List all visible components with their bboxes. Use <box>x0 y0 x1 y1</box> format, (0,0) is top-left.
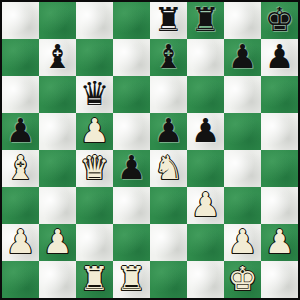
square-g4[interactable] <box>224 150 261 187</box>
square-h1[interactable] <box>261 261 298 298</box>
square-d6[interactable] <box>113 76 150 113</box>
square-c2[interactable] <box>76 224 113 261</box>
square-c3[interactable] <box>76 187 113 224</box>
piece-white-bishop-a4: ♝ <box>6 151 36 184</box>
piece-white-pawn-h2: ♟ <box>265 225 295 258</box>
piece-black-pawn-h7: ♟ <box>265 40 295 73</box>
square-d1[interactable]: ♜ <box>113 261 150 298</box>
square-h2[interactable]: ♟ <box>261 224 298 261</box>
square-c7[interactable] <box>76 39 113 76</box>
square-d7[interactable] <box>113 39 150 76</box>
square-g1[interactable]: ♚ <box>224 261 261 298</box>
square-f5[interactable]: ♟ <box>187 113 224 150</box>
square-e1[interactable] <box>150 261 187 298</box>
piece-white-rook-c1: ♜ <box>80 262 110 295</box>
piece-black-bishop-e7: ♝ <box>154 40 184 73</box>
square-e5[interactable]: ♟ <box>150 113 187 150</box>
piece-white-king-g1: ♚ <box>228 262 258 295</box>
square-f8[interactable]: ♜ <box>187 2 224 39</box>
square-b6[interactable] <box>39 76 76 113</box>
square-e3[interactable] <box>150 187 187 224</box>
square-h3[interactable] <box>261 187 298 224</box>
piece-white-queen-c4: ♛ <box>80 151 110 184</box>
square-d4[interactable]: ♟ <box>113 150 150 187</box>
square-g7[interactable]: ♟ <box>224 39 261 76</box>
square-a8[interactable] <box>2 2 39 39</box>
square-f6[interactable] <box>187 76 224 113</box>
square-b5[interactable] <box>39 113 76 150</box>
square-b8[interactable] <box>39 2 76 39</box>
square-a5[interactable]: ♟ <box>2 113 39 150</box>
piece-white-knight-e4: ♞ <box>154 151 184 184</box>
piece-white-pawn-c5: ♟ <box>80 114 110 147</box>
piece-black-pawn-g7: ♟ <box>228 40 258 73</box>
piece-black-queen-c6: ♛ <box>80 77 110 110</box>
square-b7[interactable]: ♝ <box>39 39 76 76</box>
square-h5[interactable] <box>261 113 298 150</box>
square-e2[interactable] <box>150 224 187 261</box>
square-d8[interactable] <box>113 2 150 39</box>
piece-black-pawn-f5: ♟ <box>191 114 221 147</box>
square-b3[interactable] <box>39 187 76 224</box>
square-f4[interactable] <box>187 150 224 187</box>
square-d3[interactable] <box>113 187 150 224</box>
square-h6[interactable] <box>261 76 298 113</box>
square-e4[interactable]: ♞ <box>150 150 187 187</box>
piece-white-rook-d1: ♜ <box>117 262 147 295</box>
square-g6[interactable] <box>224 76 261 113</box>
square-g3[interactable] <box>224 187 261 224</box>
square-c5[interactable]: ♟ <box>76 113 113 150</box>
piece-white-pawn-b2: ♟ <box>43 225 73 258</box>
square-c8[interactable] <box>76 2 113 39</box>
piece-black-pawn-e5: ♟ <box>154 114 184 147</box>
square-a4[interactable]: ♝ <box>2 150 39 187</box>
square-h8[interactable]: ♚ <box>261 2 298 39</box>
piece-black-pawn-d4: ♟ <box>117 151 147 184</box>
square-e7[interactable]: ♝ <box>150 39 187 76</box>
square-g8[interactable] <box>224 2 261 39</box>
piece-black-king-h8: ♚ <box>265 3 295 36</box>
square-a3[interactable] <box>2 187 39 224</box>
piece-white-pawn-f3: ♟ <box>191 188 221 221</box>
square-b1[interactable] <box>39 261 76 298</box>
square-c1[interactable]: ♜ <box>76 261 113 298</box>
square-d5[interactable] <box>113 113 150 150</box>
square-c6[interactable]: ♛ <box>76 76 113 113</box>
square-b4[interactable] <box>39 150 76 187</box>
square-b2[interactable]: ♟ <box>39 224 76 261</box>
piece-white-pawn-g2: ♟ <box>228 225 258 258</box>
square-h7[interactable]: ♟ <box>261 39 298 76</box>
square-g2[interactable]: ♟ <box>224 224 261 261</box>
square-e6[interactable] <box>150 76 187 113</box>
square-h4[interactable] <box>261 150 298 187</box>
piece-black-pawn-a5: ♟ <box>6 114 36 147</box>
chess-board-container: ♜♜♚♝♝♟♟♛♟♟♟♟♝♛♟♞♟♟♟♟♟♜♜♚ <box>0 0 300 300</box>
square-d2[interactable] <box>113 224 150 261</box>
square-a6[interactable] <box>2 76 39 113</box>
piece-black-rook-e8: ♜ <box>154 3 184 36</box>
square-g5[interactable] <box>224 113 261 150</box>
square-a7[interactable] <box>2 39 39 76</box>
chess-board: ♜♜♚♝♝♟♟♛♟♟♟♟♝♛♟♞♟♟♟♟♟♜♜♚ <box>0 0 300 300</box>
square-f1[interactable] <box>187 261 224 298</box>
square-c4[interactable]: ♛ <box>76 150 113 187</box>
square-f3[interactable]: ♟ <box>187 187 224 224</box>
piece-black-rook-f8: ♜ <box>191 3 221 36</box>
square-a2[interactable]: ♟ <box>2 224 39 261</box>
square-f7[interactable] <box>187 39 224 76</box>
square-e8[interactable]: ♜ <box>150 2 187 39</box>
piece-black-bishop-b7: ♝ <box>43 40 73 73</box>
square-f2[interactable] <box>187 224 224 261</box>
square-a1[interactable] <box>2 261 39 298</box>
piece-white-pawn-a2: ♟ <box>6 225 36 258</box>
